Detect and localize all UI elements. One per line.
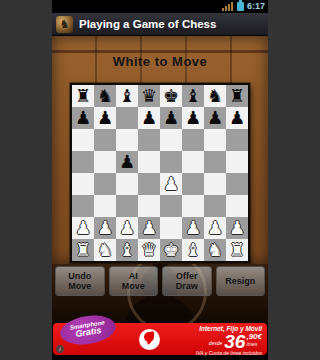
white-knight: ♞ bbox=[97, 241, 113, 259]
white-rook: ♜ bbox=[75, 241, 91, 259]
black-pawn: ♟ bbox=[163, 109, 179, 127]
square-c8[interactable]: ♝ bbox=[116, 85, 138, 107]
square-e2[interactable] bbox=[160, 217, 182, 239]
white-bishop: ♝ bbox=[119, 241, 135, 259]
square-h2[interactable]: ♟ bbox=[226, 217, 248, 239]
white-bishop: ♝ bbox=[185, 241, 201, 259]
black-rook: ♜ bbox=[75, 87, 91, 105]
square-e4[interactable]: ♟ bbox=[160, 173, 182, 195]
square-g4[interactable] bbox=[204, 173, 226, 195]
battery-icon bbox=[237, 2, 244, 11]
ai-move-button[interactable]: AI Move bbox=[109, 266, 159, 296]
chess-board: ♜♞♝♛♚♝♞♜♟♟♟♟♟♟♟♟♟♟♟♟♟♟♟♟♜♞♝♛♚♝♞♜ bbox=[70, 83, 250, 263]
square-d2[interactable]: ♟ bbox=[138, 217, 160, 239]
signal-strength-icon bbox=[222, 2, 233, 11]
square-b3[interactable] bbox=[94, 195, 116, 217]
white-queen: ♛ bbox=[141, 241, 157, 259]
ad-offer-text: Internet, Fijo y Móvil desde 36 ,90€ /me… bbox=[162, 325, 262, 356]
square-b6[interactable] bbox=[94, 129, 116, 151]
ad-price-main: 36 bbox=[224, 333, 245, 350]
resign-button[interactable]: Resign bbox=[216, 266, 266, 296]
square-h5[interactable] bbox=[226, 151, 248, 173]
square-h6[interactable] bbox=[226, 129, 248, 151]
ad-disclaimer: IVA y Cuota de línea incluidos bbox=[162, 350, 262, 356]
status-bar: 6:17 bbox=[52, 0, 268, 13]
square-d7[interactable]: ♟ bbox=[138, 107, 160, 129]
black-rook: ♜ bbox=[229, 87, 245, 105]
white-pawn: ♟ bbox=[141, 219, 157, 237]
square-g6[interactable] bbox=[204, 129, 226, 151]
square-e3[interactable] bbox=[160, 195, 182, 217]
square-c2[interactable]: ♟ bbox=[116, 217, 138, 239]
white-knight: ♞ bbox=[207, 241, 223, 259]
square-f6[interactable] bbox=[182, 129, 204, 151]
square-b1[interactable]: ♞ bbox=[94, 239, 116, 261]
square-b7[interactable]: ♟ bbox=[94, 107, 116, 129]
square-f4[interactable] bbox=[182, 173, 204, 195]
black-bishop: ♝ bbox=[185, 87, 201, 105]
square-a6[interactable] bbox=[72, 129, 94, 151]
white-pawn: ♟ bbox=[185, 219, 201, 237]
white-pawn: ♟ bbox=[163, 175, 179, 193]
app-title-bar: ♞ Playing a Game of Chess bbox=[52, 13, 268, 36]
black-queen: ♛ bbox=[141, 87, 157, 105]
black-pawn: ♟ bbox=[229, 109, 245, 127]
wood-plank-seam bbox=[52, 50, 268, 53]
square-e1[interactable]: ♚ bbox=[160, 239, 182, 261]
square-g1[interactable]: ♞ bbox=[204, 239, 226, 261]
square-e5[interactable] bbox=[160, 151, 182, 173]
ad-price-prefix: desde bbox=[209, 340, 223, 346]
ad-info-icon[interactable]: i bbox=[56, 345, 64, 353]
black-pawn: ♟ bbox=[97, 109, 113, 127]
white-pawn: ♟ bbox=[97, 219, 113, 237]
white-pawn: ♟ bbox=[207, 219, 223, 237]
square-b8[interactable]: ♞ bbox=[94, 85, 116, 107]
square-f8[interactable]: ♝ bbox=[182, 85, 204, 107]
square-f2[interactable]: ♟ bbox=[182, 217, 204, 239]
square-a1[interactable]: ♜ bbox=[72, 239, 94, 261]
square-a8[interactable]: ♜ bbox=[72, 85, 94, 107]
square-e6[interactable] bbox=[160, 129, 182, 151]
ad-price-period: /mes bbox=[246, 341, 257, 347]
square-a2[interactable]: ♟ bbox=[72, 217, 94, 239]
chess-knight-icon: ♞ bbox=[59, 18, 70, 30]
black-pawn: ♟ bbox=[207, 109, 223, 127]
vodafone-logo-icon bbox=[139, 329, 160, 350]
wood-background: White to Move ♜♞♝♛♚♝♞♜♟♟♟♟♟♟♟♟♟♟♟♟♟♟♟♟♜♞… bbox=[52, 36, 268, 264]
undo-move-button[interactable]: Undo Move bbox=[55, 266, 105, 296]
background-photo-strip: ♟ Undo Move AI Move Offer Draw Resign bbox=[52, 264, 268, 323]
square-b2[interactable]: ♟ bbox=[94, 217, 116, 239]
white-rook: ♜ bbox=[229, 241, 245, 259]
square-a7[interactable]: ♟ bbox=[72, 107, 94, 129]
white-pawn: ♟ bbox=[119, 219, 135, 237]
black-knight: ♞ bbox=[97, 87, 113, 105]
square-d4[interactable] bbox=[138, 173, 160, 195]
offer-draw-button[interactable]: Offer Draw bbox=[162, 266, 212, 296]
square-c5[interactable]: ♟ bbox=[116, 151, 138, 173]
ad-price-cents: ,90€ bbox=[246, 333, 262, 341]
turn-indicator: White to Move bbox=[52, 54, 268, 69]
action-button-row: Undo Move AI Move Offer Draw Resign bbox=[52, 266, 268, 296]
square-d6[interactable] bbox=[138, 129, 160, 151]
square-c6[interactable] bbox=[116, 129, 138, 151]
black-pawn: ♟ bbox=[185, 109, 201, 127]
black-pawn: ♟ bbox=[141, 109, 157, 127]
black-king: ♚ bbox=[163, 87, 179, 105]
square-a5[interactable] bbox=[72, 151, 94, 173]
square-c4[interactable] bbox=[116, 173, 138, 195]
square-g2[interactable]: ♟ bbox=[204, 217, 226, 239]
square-b5[interactable] bbox=[94, 151, 116, 173]
status-clock: 6:17 bbox=[247, 0, 265, 13]
square-a3[interactable] bbox=[72, 195, 94, 217]
square-f3[interactable] bbox=[182, 195, 204, 217]
square-c7[interactable] bbox=[116, 107, 138, 129]
square-c1[interactable]: ♝ bbox=[116, 239, 138, 261]
black-pawn: ♟ bbox=[119, 153, 135, 171]
white-king: ♚ bbox=[163, 241, 179, 259]
ad-badge-line2: Gratis bbox=[75, 326, 102, 340]
square-h1[interactable]: ♜ bbox=[226, 239, 248, 261]
square-h3[interactable] bbox=[226, 195, 248, 217]
square-g3[interactable] bbox=[204, 195, 226, 217]
square-g7[interactable]: ♟ bbox=[204, 107, 226, 129]
square-c3[interactable] bbox=[116, 195, 138, 217]
square-f1[interactable]: ♝ bbox=[182, 239, 204, 261]
square-d3[interactable] bbox=[138, 195, 160, 217]
white-pawn: ♟ bbox=[75, 219, 91, 237]
square-h7[interactable]: ♟ bbox=[226, 107, 248, 129]
black-bishop: ♝ bbox=[119, 87, 135, 105]
square-b4[interactable] bbox=[94, 173, 116, 195]
square-g8[interactable]: ♞ bbox=[204, 85, 226, 107]
ad-banner[interactable]: Smartphone Gratis Internet, Fijo y Móvil… bbox=[53, 323, 267, 355]
square-d1[interactable]: ♛ bbox=[138, 239, 160, 261]
square-f7[interactable]: ♟ bbox=[182, 107, 204, 129]
ad-price: desde 36 ,90€ /mes bbox=[162, 333, 262, 350]
square-g5[interactable] bbox=[204, 151, 226, 173]
app-icon: ♞ bbox=[56, 16, 73, 33]
phone-screen: 6:17 ♞ Playing a Game of Chess White to … bbox=[52, 0, 268, 360]
square-e7[interactable]: ♟ bbox=[160, 107, 182, 129]
square-e8[interactable]: ♚ bbox=[160, 85, 182, 107]
square-h8[interactable]: ♜ bbox=[226, 85, 248, 107]
square-f5[interactable] bbox=[182, 151, 204, 173]
square-d5[interactable] bbox=[138, 151, 160, 173]
app-title: Playing a Game of Chess bbox=[79, 18, 216, 30]
square-a4[interactable] bbox=[72, 173, 94, 195]
square-h4[interactable] bbox=[226, 173, 248, 195]
square-d8[interactable]: ♛ bbox=[138, 85, 160, 107]
black-knight: ♞ bbox=[207, 87, 223, 105]
black-pawn: ♟ bbox=[75, 109, 91, 127]
white-pawn: ♟ bbox=[229, 219, 245, 237]
